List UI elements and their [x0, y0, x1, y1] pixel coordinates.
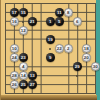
- stone-b-23: 23: [19, 53, 28, 62]
- stone-b-13: 13: [28, 71, 37, 80]
- stone-w-2: 2: [64, 44, 73, 53]
- stone-b-27: 27: [28, 80, 37, 89]
- stone-w-18: 18: [82, 44, 91, 53]
- go-board[interactable]: 1715118162115612191022218242392042930281…: [0, 0, 96, 100]
- stone-w-6: 6: [73, 17, 82, 26]
- stone-w-8: 8: [64, 8, 73, 17]
- stone-w-28: 28: [10, 71, 19, 80]
- stone-b-25: 25: [19, 80, 28, 89]
- stone-b-1: 1: [46, 17, 55, 26]
- stone-b-15: 15: [19, 8, 28, 17]
- stone-w-4: 4: [19, 62, 28, 71]
- app-background: 1715118162115612191022218242392042930281…: [0, 0, 100, 100]
- stone-w-10: 10: [10, 44, 19, 53]
- stone-w-24: 24: [10, 53, 19, 62]
- stone-b-5: 5: [55, 17, 64, 26]
- stone-w-22: 22: [55, 44, 64, 53]
- stone-b-29: 29: [73, 62, 82, 71]
- stone-w-30: 30: [91, 62, 100, 71]
- stone-w-26: 26: [10, 80, 19, 89]
- stone-b-11: 11: [55, 8, 64, 17]
- stone-w-20: 20: [82, 53, 91, 62]
- stone-b-19: 19: [46, 35, 55, 44]
- stone-b-17: 17: [10, 8, 19, 17]
- stone-b-21: 21: [28, 17, 37, 26]
- stone-w-16: 16: [10, 17, 19, 26]
- stone-b-9: 9: [46, 53, 55, 62]
- board-front-edge: [1, 95, 97, 100]
- stone-w-12: 12: [19, 26, 28, 35]
- stone-w-14: 14: [19, 71, 28, 80]
